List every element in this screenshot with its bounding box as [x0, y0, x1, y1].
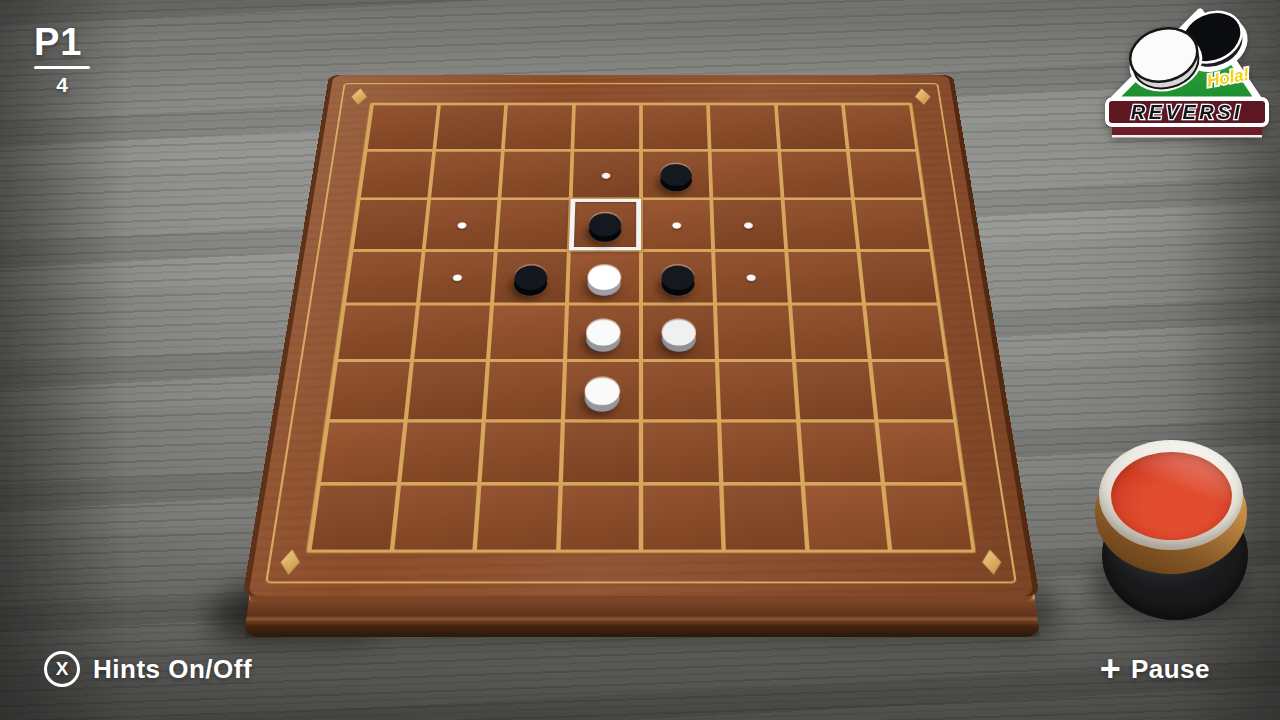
pause-label: Pause: [1131, 654, 1210, 685]
cell-b2[interactable]: [431, 152, 501, 198]
cell-g6[interactable]: [796, 362, 874, 419]
hint-dot: ●: [420, 252, 494, 303]
hints-toggle-button[interactable]: X Hints On/Off: [44, 651, 252, 687]
cell-h6[interactable]: [872, 362, 952, 419]
cell-d3[interactable]: ●: [571, 200, 640, 248]
black-disc: ●: [643, 249, 713, 300]
cell-f4[interactable]: ●: [715, 252, 787, 303]
hints-label: Hints On/Off: [93, 654, 252, 685]
cell-b1[interactable]: [436, 105, 504, 149]
cell-g5[interactable]: [792, 305, 868, 359]
cell-e6[interactable]: [643, 362, 717, 419]
cell-g8[interactable]: [805, 486, 888, 549]
cell-b8[interactable]: [394, 486, 477, 549]
cell-b5[interactable]: [414, 305, 490, 359]
cell-d6[interactable]: ●: [565, 362, 639, 419]
cell-g7[interactable]: [800, 422, 881, 482]
cell-g1[interactable]: [778, 105, 846, 149]
cell-c4[interactable]: ●: [494, 252, 566, 303]
black-disc: ●: [643, 149, 710, 195]
cell-f7[interactable]: [722, 422, 800, 482]
cell-b7[interactable]: [401, 422, 482, 482]
cell-g4[interactable]: [788, 252, 862, 303]
cell-d4[interactable]: ●: [569, 252, 639, 303]
score-divider: [34, 66, 90, 69]
cell-d7[interactable]: [563, 422, 639, 482]
hint-dot: ●: [714, 200, 784, 248]
cell-e2[interactable]: ●: [643, 152, 710, 198]
cell-e8[interactable]: [643, 486, 722, 549]
hint-dot: ●: [715, 252, 787, 303]
cell-h7[interactable]: [879, 422, 962, 482]
table-background: ●●●●●●●●●●●●●● P1 4: [0, 0, 1280, 720]
cell-b3[interactable]: ●: [426, 200, 498, 248]
cell-h1[interactable]: [845, 105, 915, 149]
cell-f6[interactable]: [719, 362, 795, 419]
reversi-logo: Hola! REVERSI: [1102, 2, 1274, 144]
cell-h8[interactable]: [886, 486, 971, 549]
cell-b6[interactable]: [408, 362, 486, 419]
cell-d5[interactable]: ●: [567, 305, 639, 359]
player-score: 4: [34, 73, 90, 97]
white-disc: ●: [569, 249, 639, 300]
white-disc: ●: [565, 359, 639, 416]
cell-a4[interactable]: [346, 252, 422, 303]
reversi-board: ●●●●●●●●●●●●●●: [248, 75, 1033, 595]
cell-c5[interactable]: [490, 305, 564, 359]
cell-c1[interactable]: [505, 105, 572, 149]
cell-a3[interactable]: [353, 200, 427, 248]
board-side-face: [244, 594, 1040, 637]
cell-f1[interactable]: [710, 105, 777, 149]
white-disc: ●: [643, 303, 715, 357]
x-button-icon: X: [44, 651, 80, 687]
cell-d8[interactable]: [560, 486, 639, 549]
cell-e4[interactable]: ●: [643, 252, 713, 303]
cell-c3[interactable]: [498, 200, 568, 248]
cell-a6[interactable]: [329, 362, 409, 419]
cell-c7[interactable]: [482, 422, 560, 482]
white-disc: ●: [567, 303, 639, 357]
hint-dot: ●: [426, 200, 498, 248]
cell-f5[interactable]: [717, 305, 791, 359]
logo-base-strip: [1112, 127, 1262, 135]
cell-a8[interactable]: [311, 486, 396, 549]
cell-a2[interactable]: [360, 152, 432, 198]
cell-d2[interactable]: ●: [572, 152, 639, 198]
cell-h2[interactable]: [850, 152, 922, 198]
cell-h3[interactable]: [855, 200, 929, 248]
plus-button-icon: +: [1100, 651, 1121, 687]
cell-c2[interactable]: [502, 152, 570, 198]
hint-dot: ●: [572, 152, 639, 198]
pause-button[interactable]: + Pause: [1100, 651, 1210, 687]
board-surface: ●●●●●●●●●●●●●●: [248, 75, 1033, 595]
cell-h5[interactable]: [866, 305, 944, 359]
cell-a1[interactable]: [367, 105, 437, 149]
player-label: P1: [34, 22, 92, 64]
cell-a7[interactable]: [321, 422, 404, 482]
black-disc: ●: [571, 198, 639, 246]
x-button-glyph: X: [56, 658, 69, 680]
player-score-panel: P1 4: [34, 22, 92, 97]
cell-g3[interactable]: [784, 200, 856, 248]
cell-d1[interactable]: [574, 105, 639, 149]
black-disc: ●: [495, 249, 567, 300]
cell-f2[interactable]: [712, 152, 780, 198]
cell-g2[interactable]: [781, 152, 851, 198]
cell-b4[interactable]: ●: [420, 252, 494, 303]
tea-liquid: [1111, 452, 1232, 540]
cell-a5[interactable]: [338, 305, 416, 359]
cell-f3[interactable]: ●: [714, 200, 784, 248]
cell-e3[interactable]: ●: [643, 200, 712, 248]
cell-c6[interactable]: [486, 362, 562, 419]
cell-f8[interactable]: [724, 486, 805, 549]
cell-e7[interactable]: [643, 422, 719, 482]
hint-dot: ●: [643, 200, 712, 248]
cell-h4[interactable]: [861, 252, 937, 303]
logo-title-text: REVERSI: [1131, 101, 1243, 123]
cell-c8[interactable]: [477, 486, 558, 549]
cell-e5[interactable]: ●: [643, 305, 715, 359]
board-grid: ●●●●●●●●●●●●●●: [307, 103, 975, 552]
tea-cup: [1088, 432, 1254, 628]
